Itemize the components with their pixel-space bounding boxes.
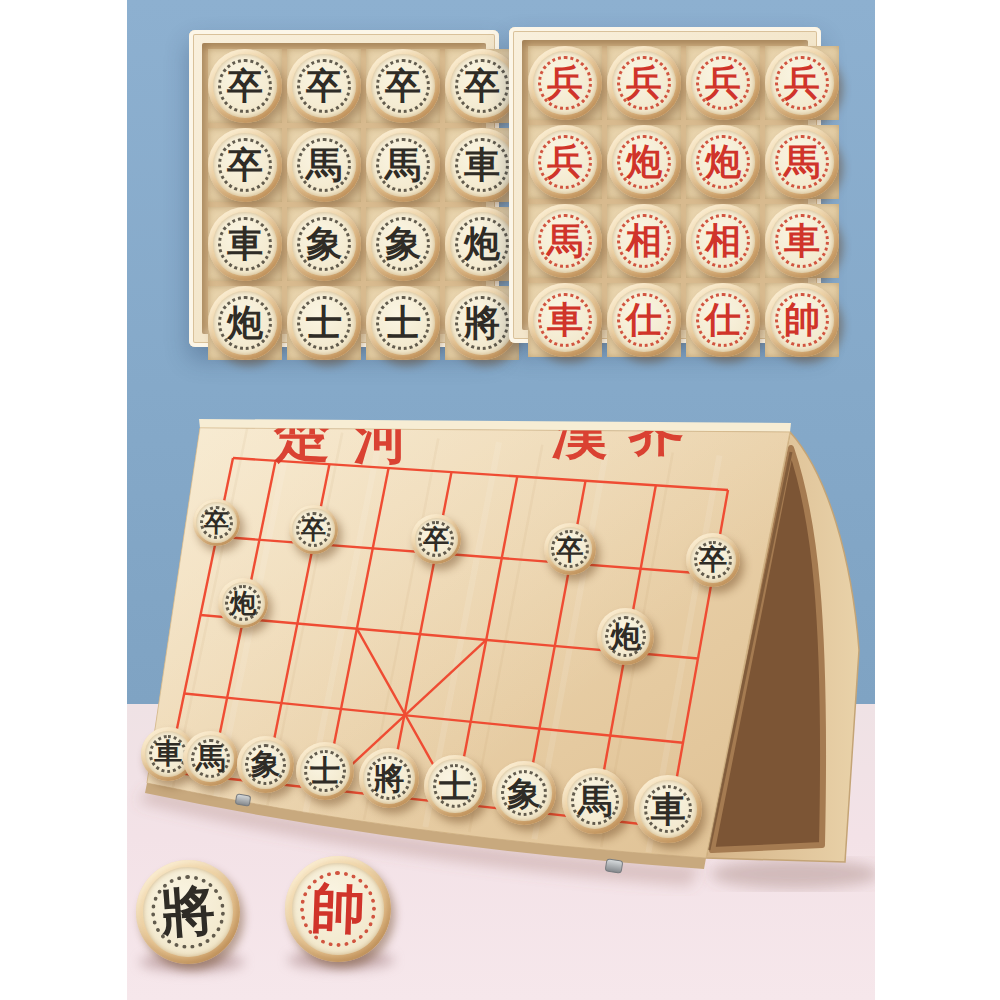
box-cell: 帥 — [765, 283, 839, 357]
box-cell: 仕 — [607, 283, 681, 357]
box-cell: 馬 — [366, 128, 440, 202]
xiangqi-piece[interactable]: 相 — [686, 204, 760, 278]
xiangqi-piece[interactable]: 士 — [287, 286, 361, 360]
piece-character: 兵 — [607, 46, 681, 120]
box-cell: 象 — [366, 207, 440, 281]
piece-character: 象 — [492, 761, 556, 825]
piece-character: 炮 — [218, 578, 268, 628]
box-cell: 卒 — [366, 49, 440, 123]
box-cell: 將 — [445, 286, 519, 360]
xiangqi-piece[interactable]: 仕 — [686, 283, 760, 357]
piece-character: 帥 — [283, 854, 393, 964]
xiangqi-piece[interactable]: 士 — [424, 755, 486, 817]
piece-character: 兵 — [528, 125, 602, 199]
red-box-well: 兵兵兵兵兵炮炮馬馬相相車車仕仕帥 — [522, 40, 808, 330]
piece-character: 車 — [634, 775, 702, 843]
box-cell: 炮 — [686, 125, 760, 199]
xiangqi-piece[interactable]: 將 — [445, 286, 519, 360]
piece-character: 馬 — [528, 204, 602, 278]
xiangqi-piece[interactable]: 士 — [366, 286, 440, 360]
xiangqi-piece[interactable]: 車 — [765, 204, 839, 278]
box-cell: 車 — [445, 128, 519, 202]
xiangqi-piece[interactable]: 卒 — [287, 49, 361, 123]
piece-character: 象 — [366, 207, 440, 281]
box-cell: 車 — [208, 207, 282, 281]
box-cell: 仕 — [686, 283, 760, 357]
xiangqi-piece[interactable]: 象 — [237, 736, 294, 793]
xiangqi-piece[interactable]: 相 — [607, 204, 681, 278]
piece-character: 兵 — [686, 46, 760, 120]
piece-character: 卒 — [289, 505, 338, 554]
box-cell: 士 — [366, 286, 440, 360]
xiangqi-piece[interactable]: 卒 — [686, 533, 740, 587]
xiangqi-piece[interactable]: 兵 — [528, 125, 602, 199]
xiangqi-piece[interactable]: 炮 — [445, 207, 519, 281]
xiangqi-piece[interactable]: 卒 — [445, 49, 519, 123]
piece-character: 象 — [287, 207, 361, 281]
piece-character: 車 — [445, 128, 519, 202]
piece-character: 馬 — [366, 128, 440, 202]
box-cell: 炮 — [445, 207, 519, 281]
red-pieces-box: 兵兵兵兵兵炮炮馬馬相相車車仕仕帥 — [509, 27, 821, 343]
loose-piece-black-general[interactable]: 將 — [136, 860, 240, 964]
box-cell: 卒 — [287, 49, 361, 123]
xiangqi-piece[interactable]: 卒 — [289, 505, 338, 554]
box-cell: 相 — [686, 204, 760, 278]
xiangqi-piece[interactable]: 炮 — [607, 125, 681, 199]
xiangqi-piece[interactable]: 炮 — [686, 125, 760, 199]
piece-character: 車 — [528, 283, 602, 357]
xiangqi-piece[interactable]: 卒 — [193, 499, 240, 546]
box-cell: 士 — [287, 286, 361, 360]
piece-character: 炮 — [208, 286, 282, 360]
box-cell: 車 — [765, 204, 839, 278]
xiangqi-piece[interactable]: 卒 — [544, 523, 596, 575]
xiangqi-piece[interactable]: 卒 — [411, 514, 461, 564]
xiangqi-piece[interactable]: 車 — [528, 283, 602, 357]
piece-character: 馬 — [562, 768, 628, 834]
box-cell: 卒 — [208, 128, 282, 202]
xiangqi-piece[interactable]: 卒 — [208, 49, 282, 123]
piece-character: 馬 — [765, 125, 839, 199]
box-cell: 兵 — [765, 46, 839, 120]
xiangqi-piece[interactable]: 炮 — [597, 608, 654, 665]
piece-character: 相 — [607, 204, 681, 278]
xiangqi-piece[interactable]: 車 — [208, 207, 282, 281]
xiangqi-piece[interactable]: 卒 — [366, 49, 440, 123]
piece-character: 仕 — [686, 283, 760, 357]
xiangqi-piece[interactable]: 象 — [287, 207, 361, 281]
xiangqi-piece[interactable]: 馬 — [562, 768, 628, 834]
piece-character: 車 — [765, 204, 839, 278]
piece-character: 馬 — [287, 128, 361, 202]
xiangqi-piece[interactable]: 馬 — [287, 128, 361, 202]
piece-character: 卒 — [208, 128, 282, 202]
piece-character: 卒 — [411, 514, 461, 564]
box-cell: 炮 — [208, 286, 282, 360]
piece-character: 炮 — [607, 125, 681, 199]
piece-character: 兵 — [528, 46, 602, 120]
xiangqi-piece[interactable]: 兵 — [528, 46, 602, 120]
piece-character: 卒 — [287, 49, 361, 123]
box-cell: 卒 — [208, 49, 282, 123]
piece-character: 卒 — [445, 49, 519, 123]
piece-character: 帥 — [765, 283, 839, 357]
box-cell: 兵 — [686, 46, 760, 120]
piece-character: 士 — [424, 755, 486, 817]
box-cell: 炮 — [607, 125, 681, 199]
box-cell: 兵 — [607, 46, 681, 120]
piece-character: 卒 — [686, 533, 740, 587]
box-cell: 兵 — [528, 125, 602, 199]
black-box-well: 卒卒卒卒卒馬馬車車象象炮炮士士將 — [202, 43, 486, 334]
piece-character: 士 — [296, 742, 354, 800]
xiangqi-piece[interactable]: 馬 — [366, 128, 440, 202]
piece-character: 象 — [237, 736, 294, 793]
xiangqi-piece[interactable]: 炮 — [208, 286, 282, 360]
box-cell: 兵 — [528, 46, 602, 120]
piece-character: 卒 — [366, 49, 440, 123]
product-photo: 楚 河 漢 界 卒卒卒卒卒馬馬車車象象炮炮士士將 兵兵兵兵兵炮炮馬馬相相車車仕仕… — [0, 0, 1000, 1000]
piece-character: 炮 — [445, 207, 519, 281]
loose-piece-red-general[interactable]: 帥 — [285, 856, 391, 962]
box-cell: 馬 — [765, 125, 839, 199]
piece-character: 車 — [208, 207, 282, 281]
right-white-margin — [875, 0, 1000, 1000]
box-cell: 馬 — [287, 128, 361, 202]
piece-character: 仕 — [607, 283, 681, 357]
xiangqi-piece[interactable]: 將 — [359, 748, 419, 808]
piece-character: 士 — [287, 286, 361, 360]
piece-character: 士 — [366, 286, 440, 360]
piece-character: 卒 — [193, 499, 240, 546]
piece-character: 卒 — [544, 523, 596, 575]
box-cell: 馬 — [528, 204, 602, 278]
piece-character: 卒 — [208, 49, 282, 123]
xiangqi-piece[interactable]: 象 — [366, 207, 440, 281]
xiangqi-piece[interactable]: 馬 — [528, 204, 602, 278]
xiangqi-piece[interactable]: 象 — [492, 761, 556, 825]
xiangqi-piece[interactable]: 馬 — [183, 731, 238, 786]
piece-character: 相 — [686, 204, 760, 278]
box-cell: 車 — [528, 283, 602, 357]
xiangqi-piece[interactable]: 士 — [296, 742, 354, 800]
xiangqi-piece[interactable]: 馬 — [765, 125, 839, 199]
piece-character: 兵 — [765, 46, 839, 120]
piece-character: 炮 — [686, 125, 760, 199]
piece-character: 馬 — [183, 731, 238, 786]
piece-character: 將 — [445, 286, 519, 360]
xiangqi-piece[interactable]: 兵 — [686, 46, 760, 120]
left-white-margin — [0, 0, 127, 1000]
xiangqi-piece[interactable]: 仕 — [607, 283, 681, 357]
box-cell: 相 — [607, 204, 681, 278]
box-cell: 卒 — [445, 49, 519, 123]
piece-character: 將 — [132, 856, 243, 967]
xiangqi-piece[interactable]: 兵 — [765, 46, 839, 120]
xiangqi-piece[interactable]: 兵 — [607, 46, 681, 120]
piece-character: 炮 — [597, 608, 654, 665]
xiangqi-piece[interactable]: 車 — [634, 775, 702, 843]
xiangqi-piece[interactable]: 車 — [445, 128, 519, 202]
xiangqi-piece[interactable]: 炮 — [218, 578, 268, 628]
xiangqi-piece[interactable]: 卒 — [208, 128, 282, 202]
xiangqi-piece[interactable]: 帥 — [765, 283, 839, 357]
piece-character: 將 — [359, 748, 419, 808]
black-pieces-box: 卒卒卒卒卒馬馬車車象象炮炮士士將 — [189, 30, 499, 347]
box-cell: 象 — [287, 207, 361, 281]
